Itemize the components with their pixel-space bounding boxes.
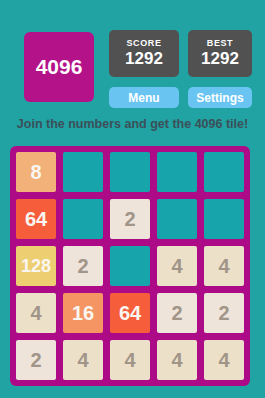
empty-cell [204,152,244,192]
game-board[interactable]: 8642128244416642224444 [10,146,250,386]
tile-8: 8 [16,152,56,192]
menu-button[interactable]: Menu [109,87,179,108]
tile-2: 2 [204,293,244,333]
best-label: BEST [207,38,233,48]
score-value: 1292 [125,49,163,69]
empty-cell [204,199,244,239]
tile-4: 4 [110,340,150,380]
empty-cell [63,199,103,239]
score-label: SCORE [126,38,161,48]
score-box: SCORE 1292 [109,30,179,77]
empty-cell [157,199,197,239]
tile-64: 64 [110,293,150,333]
settings-button[interactable]: Settings [188,87,252,108]
tile-64: 64 [16,199,56,239]
tile-4: 4 [157,340,197,380]
tile-2: 2 [16,340,56,380]
tile-4: 4 [157,246,197,286]
tile-4: 4 [16,293,56,333]
tile-4: 4 [204,340,244,380]
best-box: BEST 1292 [188,30,252,77]
best-value: 1292 [201,49,239,69]
tile-4: 4 [63,340,103,380]
app-logo-tile: 4096 [24,32,94,102]
subtitle-text: Join the numbers and get the 4096 tile! [0,117,265,131]
app-logo-text: 4096 [36,55,83,79]
tile-2: 2 [110,199,150,239]
empty-cell [63,152,103,192]
tile-128: 128 [16,246,56,286]
tile-2: 2 [63,246,103,286]
empty-cell [110,246,150,286]
empty-cell [157,152,197,192]
tile-16: 16 [63,293,103,333]
tile-4: 4 [204,246,244,286]
tile-2: 2 [157,293,197,333]
empty-cell [110,152,150,192]
